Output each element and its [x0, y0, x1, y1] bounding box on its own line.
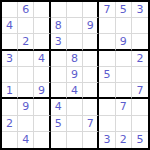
cell-r7c9[interactable]	[132, 99, 148, 115]
given-digit: 5	[120, 4, 127, 15]
cell-r6c4[interactable]	[51, 83, 67, 99]
cell-r2c6[interactable]: 9	[83, 18, 99, 34]
given-digit: 9	[22, 101, 29, 112]
cell-r3c8[interactable]: 9	[116, 34, 132, 50]
cell-r5c1[interactable]	[2, 67, 18, 83]
cell-r5c2[interactable]	[18, 67, 34, 83]
cell-r8c2[interactable]	[18, 116, 34, 132]
given-digit: 3	[136, 4, 143, 15]
cell-r4c7[interactable]	[99, 51, 115, 67]
cell-r7c2[interactable]: 9	[18, 99, 34, 115]
given-digit: 7	[87, 118, 94, 129]
cell-r4c5[interactable]: 8	[67, 51, 83, 67]
cell-r5c9[interactable]	[132, 67, 148, 83]
given-digit: 5	[55, 118, 62, 129]
cell-r3c6[interactable]	[83, 34, 99, 50]
cell-r1c2[interactable]: 6	[18, 2, 34, 18]
cell-r2c8[interactable]	[116, 18, 132, 34]
cell-r3c3[interactable]	[34, 34, 50, 50]
given-digit: 9	[71, 69, 78, 80]
cell-r5c8[interactable]	[116, 67, 132, 83]
cell-r4c2[interactable]	[18, 51, 34, 67]
cell-r9c4[interactable]	[51, 132, 67, 148]
cell-r8c8[interactable]	[116, 116, 132, 132]
given-digit: 2	[120, 134, 127, 145]
cell-r9c2[interactable]: 4	[18, 132, 34, 148]
cell-r8c3[interactable]	[34, 116, 50, 132]
cell-r6c2[interactable]	[18, 83, 34, 99]
cell-r1c8[interactable]: 5	[116, 2, 132, 18]
cell-r4c3[interactable]: 4	[34, 51, 50, 67]
given-digit: 2	[6, 118, 13, 129]
given-digit: 4	[22, 134, 29, 145]
cell-r8c5[interactable]	[67, 116, 83, 132]
cell-r3c4[interactable]: 3	[51, 34, 67, 50]
cell-r9c1[interactable]	[2, 132, 18, 148]
cell-r2c5[interactable]	[67, 18, 83, 34]
cell-r2c3[interactable]	[34, 18, 50, 34]
given-digit: 5	[103, 69, 110, 80]
cell-r4c1[interactable]: 3	[2, 51, 18, 67]
cell-r5c3[interactable]	[34, 67, 50, 83]
given-digit: 4	[71, 85, 78, 96]
given-digit: 8	[71, 53, 78, 64]
cell-r9c8[interactable]: 2	[116, 132, 132, 148]
cell-r5c7[interactable]: 5	[99, 67, 115, 83]
cell-r1c4[interactable]	[51, 2, 67, 18]
given-digit: 3	[55, 36, 62, 47]
given-digit: 5	[136, 134, 143, 145]
cell-r4c6[interactable]	[83, 51, 99, 67]
given-digit: 4	[55, 101, 62, 112]
cell-r4c9[interactable]: 2	[132, 51, 148, 67]
cell-r8c9[interactable]	[132, 116, 148, 132]
cell-r8c1[interactable]: 2	[2, 116, 18, 132]
cell-r9c7[interactable]: 3	[99, 132, 115, 148]
cell-r8c6[interactable]: 7	[83, 116, 99, 132]
cell-r7c1[interactable]	[2, 99, 18, 115]
given-digit: 9	[120, 36, 127, 47]
cell-r1c9[interactable]: 3	[132, 2, 148, 18]
cell-r8c4[interactable]: 5	[51, 116, 67, 132]
cell-r1c1[interactable]	[2, 2, 18, 18]
cell-r9c3[interactable]	[34, 132, 50, 148]
cell-r9c5[interactable]	[67, 132, 83, 148]
given-digit: 4	[38, 53, 45, 64]
cell-r7c7[interactable]	[99, 99, 115, 115]
cell-r7c4[interactable]: 4	[51, 99, 67, 115]
given-digit: 3	[103, 134, 110, 145]
cell-r7c8[interactable]: 7	[116, 99, 132, 115]
cell-r7c3[interactable]	[34, 99, 50, 115]
given-digit: 3	[6, 53, 13, 64]
given-digit: 7	[136, 85, 143, 96]
given-digit: 7	[120, 101, 127, 112]
cell-r6c5[interactable]: 4	[67, 83, 83, 99]
cell-r6c6[interactable]	[83, 83, 99, 99]
cell-r1c5[interactable]	[67, 2, 83, 18]
cell-r3c9[interactable]	[132, 34, 148, 50]
cell-r5c5[interactable]: 9	[67, 67, 83, 83]
given-digit: 2	[136, 53, 143, 64]
cell-r1c3[interactable]	[34, 2, 50, 18]
sudoku-board: 675348923934829519479472574325	[0, 0, 150, 150]
given-digit: 1	[6, 85, 13, 96]
cell-r4c4[interactable]	[51, 51, 67, 67]
given-digit: 8	[55, 20, 62, 31]
cell-r1c6[interactable]	[83, 2, 99, 18]
cell-r6c9[interactable]: 7	[132, 83, 148, 99]
cell-r2c7[interactable]	[99, 18, 115, 34]
cell-r3c1[interactable]	[2, 34, 18, 50]
cell-r2c1[interactable]: 4	[2, 18, 18, 34]
cell-r7c6[interactable]	[83, 99, 99, 115]
cell-r9c6[interactable]	[83, 132, 99, 148]
cell-r4c8[interactable]	[116, 51, 132, 67]
given-digit: 9	[38, 85, 45, 96]
cell-r6c7[interactable]	[99, 83, 115, 99]
cell-r3c5[interactable]	[67, 34, 83, 50]
cell-r9c9[interactable]: 5	[132, 132, 148, 148]
cell-r6c8[interactable]	[116, 83, 132, 99]
given-digit: 2	[22, 36, 29, 47]
cell-r3c7[interactable]	[99, 34, 115, 50]
cell-r3c2[interactable]: 2	[18, 34, 34, 50]
given-digit: 7	[103, 4, 110, 15]
given-digit: 9	[87, 20, 94, 31]
cell-r7c5[interactable]	[67, 99, 83, 115]
cell-r5c4[interactable]	[51, 67, 67, 83]
cell-r2c4[interactable]: 8	[51, 18, 67, 34]
cell-r2c9[interactable]	[132, 18, 148, 34]
given-digit: 4	[6, 20, 13, 31]
cell-r2c2[interactable]	[18, 18, 34, 34]
cell-r5c6[interactable]	[83, 67, 99, 83]
cell-r1c7[interactable]: 7	[99, 2, 115, 18]
cell-r8c7[interactable]	[99, 116, 115, 132]
cell-r6c1[interactable]: 1	[2, 83, 18, 99]
given-digit: 6	[22, 4, 29, 15]
cell-r6c3[interactable]: 9	[34, 83, 50, 99]
